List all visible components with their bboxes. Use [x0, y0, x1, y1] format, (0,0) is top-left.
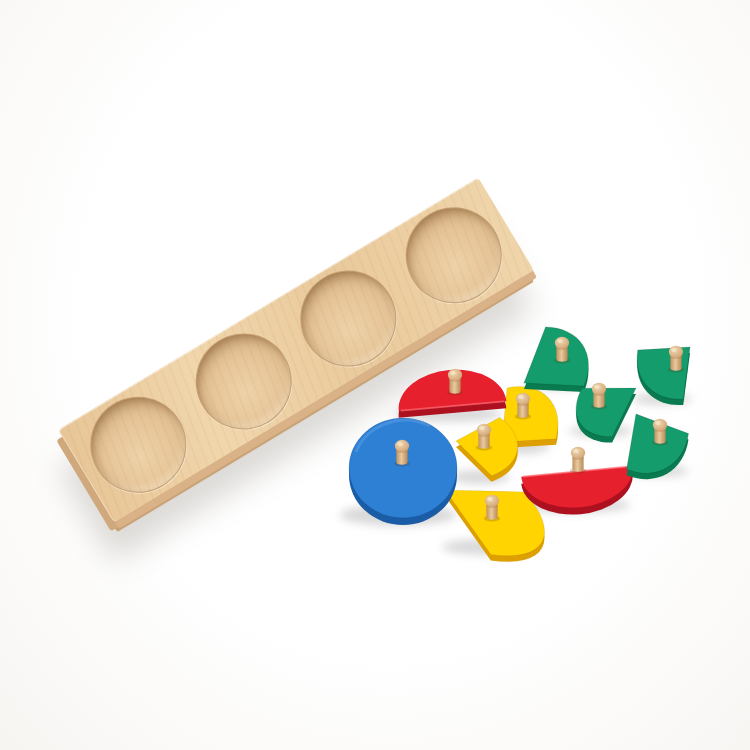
piece-top [349, 418, 457, 518]
knob-red-half-2[interactable] [570, 447, 586, 474]
product-photo-scene: Montessori wooden circle-fraction knob p… [0, 0, 750, 750]
piece-green-quarter-2[interactable] [625, 323, 713, 417]
loose-pieces-layer [0, 0, 750, 750]
piece-blue-whole-circle[interactable] [349, 418, 457, 525]
